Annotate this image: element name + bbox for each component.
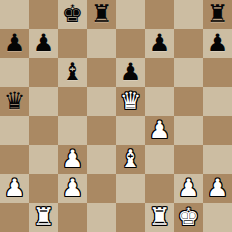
- square-c8[interactable]: ♚: [58, 0, 87, 29]
- square-g2[interactable]: ♟: [174, 174, 203, 203]
- square-d4[interactable]: [87, 116, 116, 145]
- square-d3[interactable]: [87, 145, 116, 174]
- white-bishop-piece: ♝: [120, 145, 142, 174]
- square-d6[interactable]: [87, 58, 116, 87]
- square-g8[interactable]: [174, 0, 203, 29]
- square-g1[interactable]: ♚: [174, 203, 203, 232]
- square-c3[interactable]: ♟: [58, 145, 87, 174]
- square-a7[interactable]: ♟: [0, 29, 29, 58]
- square-f4[interactable]: ♟: [145, 116, 174, 145]
- square-c7[interactable]: [58, 29, 87, 58]
- square-g5[interactable]: [174, 87, 203, 116]
- square-d2[interactable]: [87, 174, 116, 203]
- square-e1[interactable]: [116, 203, 145, 232]
- square-a2[interactable]: ♟: [0, 174, 29, 203]
- square-f2[interactable]: [145, 174, 174, 203]
- square-h3[interactable]: [203, 145, 232, 174]
- square-g7[interactable]: [174, 29, 203, 58]
- square-a8[interactable]: [0, 0, 29, 29]
- square-b7[interactable]: ♟: [29, 29, 58, 58]
- square-e4[interactable]: [116, 116, 145, 145]
- square-d1[interactable]: [87, 203, 116, 232]
- white-pawn-piece: ♟: [4, 174, 26, 203]
- black-pawn-piece: ♟: [4, 29, 26, 58]
- black-queen-piece: ♛: [4, 87, 26, 116]
- black-pawn-piece: ♟: [207, 29, 229, 58]
- white-queen-piece: ♛: [120, 87, 142, 116]
- square-e2[interactable]: [116, 174, 145, 203]
- black-rook-piece: ♜: [91, 0, 113, 29]
- black-pawn-piece: ♟: [120, 58, 142, 87]
- square-a5[interactable]: ♛: [0, 87, 29, 116]
- square-f6[interactable]: [145, 58, 174, 87]
- square-e7[interactable]: [116, 29, 145, 58]
- square-b4[interactable]: [29, 116, 58, 145]
- square-c4[interactable]: [58, 116, 87, 145]
- black-pawn-piece: ♟: [33, 29, 55, 58]
- square-e8[interactable]: [116, 0, 145, 29]
- black-rook-piece: ♜: [207, 0, 229, 29]
- white-pawn-piece: ♟: [178, 174, 200, 203]
- square-b5[interactable]: [29, 87, 58, 116]
- square-b3[interactable]: [29, 145, 58, 174]
- square-f3[interactable]: [145, 145, 174, 174]
- square-d5[interactable]: [87, 87, 116, 116]
- square-e6[interactable]: ♟: [116, 58, 145, 87]
- square-g4[interactable]: [174, 116, 203, 145]
- square-b2[interactable]: [29, 174, 58, 203]
- square-f1[interactable]: ♜: [145, 203, 174, 232]
- white-pawn-piece: ♟: [149, 116, 171, 145]
- square-d7[interactable]: [87, 29, 116, 58]
- black-pawn-piece: ♟: [149, 29, 171, 58]
- square-a3[interactable]: [0, 145, 29, 174]
- square-h1[interactable]: [203, 203, 232, 232]
- square-h2[interactable]: ♟: [203, 174, 232, 203]
- square-a4[interactable]: [0, 116, 29, 145]
- white-pawn-piece: ♟: [62, 145, 84, 174]
- square-b8[interactable]: [29, 0, 58, 29]
- square-a6[interactable]: [0, 58, 29, 87]
- square-g6[interactable]: [174, 58, 203, 87]
- square-g3[interactable]: [174, 145, 203, 174]
- square-f7[interactable]: ♟: [145, 29, 174, 58]
- square-h5[interactable]: [203, 87, 232, 116]
- square-a1[interactable]: [0, 203, 29, 232]
- white-rook-piece: ♜: [149, 203, 171, 232]
- square-f8[interactable]: [145, 0, 174, 29]
- white-pawn-piece: ♟: [207, 174, 229, 203]
- black-king-piece: ♚: [62, 0, 84, 29]
- square-c2[interactable]: ♟: [58, 174, 87, 203]
- square-b6[interactable]: [29, 58, 58, 87]
- chess-board: ♚♜♜♟♟♟♟♝♟♛♛♟♟♝♟♟♟♟♜♜♚: [0, 0, 232, 232]
- square-c1[interactable]: [58, 203, 87, 232]
- black-bishop-piece: ♝: [62, 58, 84, 87]
- square-f5[interactable]: [145, 87, 174, 116]
- white-king-piece: ♚: [178, 203, 200, 232]
- square-h7[interactable]: ♟: [203, 29, 232, 58]
- square-e5[interactable]: ♛: [116, 87, 145, 116]
- square-h4[interactable]: [203, 116, 232, 145]
- white-pawn-piece: ♟: [62, 174, 84, 203]
- square-h6[interactable]: [203, 58, 232, 87]
- square-c5[interactable]: [58, 87, 87, 116]
- square-e3[interactable]: ♝: [116, 145, 145, 174]
- square-h8[interactable]: ♜: [203, 0, 232, 29]
- square-d8[interactable]: ♜: [87, 0, 116, 29]
- white-rook-piece: ♜: [33, 203, 55, 232]
- square-c6[interactable]: ♝: [58, 58, 87, 87]
- square-b1[interactable]: ♜: [29, 203, 58, 232]
